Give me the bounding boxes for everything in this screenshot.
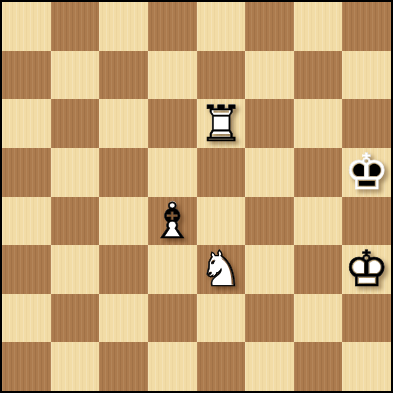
square-a1[interactable]	[2, 342, 51, 391]
square-h8[interactable]	[342, 2, 391, 51]
square-f7[interactable]	[245, 51, 294, 100]
square-g6[interactable]	[294, 99, 343, 148]
square-e3[interactable]: ♞♘	[197, 245, 246, 294]
square-c7[interactable]	[99, 51, 148, 100]
square-e6[interactable]: ♜♖	[197, 99, 246, 148]
square-b2[interactable]	[51, 294, 100, 343]
square-h3[interactable]: ♚♔	[342, 245, 391, 294]
square-f6[interactable]	[245, 99, 294, 148]
piece-line-glyph: ♘	[197, 245, 246, 294]
square-e1[interactable]	[197, 342, 246, 391]
square-b7[interactable]	[51, 51, 100, 100]
square-c1[interactable]	[99, 342, 148, 391]
square-a5[interactable]	[2, 148, 51, 197]
white-bishop[interactable]: ♝♗	[148, 197, 197, 246]
square-a6[interactable]	[2, 99, 51, 148]
square-f4[interactable]	[245, 197, 294, 246]
square-d4[interactable]: ♝♗	[148, 197, 197, 246]
square-e8[interactable]	[197, 2, 246, 51]
white-king[interactable]: ♚♔	[342, 245, 391, 294]
square-g8[interactable]	[294, 2, 343, 51]
white-rook[interactable]: ♜♖	[197, 99, 246, 148]
square-e2[interactable]	[197, 294, 246, 343]
square-c2[interactable]	[99, 294, 148, 343]
square-d7[interactable]	[148, 51, 197, 100]
square-c6[interactable]	[99, 99, 148, 148]
piece-line-glyph: ♗	[148, 197, 197, 246]
square-a8[interactable]	[2, 2, 51, 51]
square-c3[interactable]	[99, 245, 148, 294]
square-a3[interactable]	[2, 245, 51, 294]
square-c8[interactable]	[99, 2, 148, 51]
square-g2[interactable]	[294, 294, 343, 343]
square-f5[interactable]	[245, 148, 294, 197]
white-knight[interactable]: ♞♘	[197, 245, 246, 294]
square-e7[interactable]	[197, 51, 246, 100]
piece-line-glyph: ♔	[342, 148, 391, 197]
square-b1[interactable]	[51, 342, 100, 391]
square-b4[interactable]	[51, 197, 100, 246]
square-a4[interactable]	[2, 197, 51, 246]
square-d5[interactable]	[148, 148, 197, 197]
square-e4[interactable]	[197, 197, 246, 246]
square-a7[interactable]	[2, 51, 51, 100]
square-h7[interactable]	[342, 51, 391, 100]
square-f1[interactable]	[245, 342, 294, 391]
square-c5[interactable]	[99, 148, 148, 197]
black-king[interactable]: ♚♔	[342, 148, 391, 197]
chess-board: ♜♖♚♔♝♗♞♘♚♔	[0, 0, 393, 393]
square-e5[interactable]	[197, 148, 246, 197]
square-h5[interactable]: ♚♔	[342, 148, 391, 197]
square-f2[interactable]	[245, 294, 294, 343]
square-h4[interactable]	[342, 197, 391, 246]
square-h6[interactable]	[342, 99, 391, 148]
square-d3[interactable]	[148, 245, 197, 294]
square-c4[interactable]	[99, 197, 148, 246]
piece-line-glyph: ♔	[342, 245, 391, 294]
square-d6[interactable]	[148, 99, 197, 148]
square-g7[interactable]	[294, 51, 343, 100]
square-d2[interactable]	[148, 294, 197, 343]
board-grid: ♜♖♚♔♝♗♞♘♚♔	[2, 2, 391, 391]
square-g5[interactable]	[294, 148, 343, 197]
square-b6[interactable]	[51, 99, 100, 148]
piece-line-glyph: ♖	[197, 99, 246, 148]
square-b5[interactable]	[51, 148, 100, 197]
square-f3[interactable]	[245, 245, 294, 294]
square-b3[interactable]	[51, 245, 100, 294]
square-d1[interactable]	[148, 342, 197, 391]
square-g4[interactable]	[294, 197, 343, 246]
square-g1[interactable]	[294, 342, 343, 391]
square-h1[interactable]	[342, 342, 391, 391]
square-d8[interactable]	[148, 2, 197, 51]
square-b8[interactable]	[51, 2, 100, 51]
square-a2[interactable]	[2, 294, 51, 343]
square-h2[interactable]	[342, 294, 391, 343]
square-f8[interactable]	[245, 2, 294, 51]
square-g3[interactable]	[294, 245, 343, 294]
